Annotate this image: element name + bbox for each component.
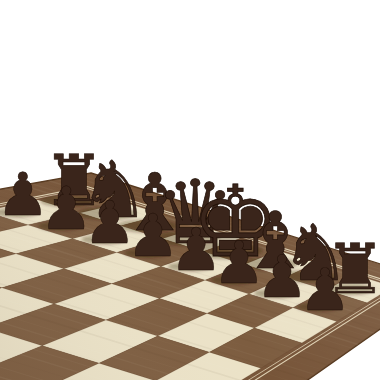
chess-set-product-photo: Dark rosewood Staunton chess pieces arra… — [0, 0, 380, 380]
piece-dark-pawn-h2: ♟ — [299, 256, 351, 324]
chess-board: Dark rosewood Staunton chess pieces arra… — [0, 0, 380, 380]
